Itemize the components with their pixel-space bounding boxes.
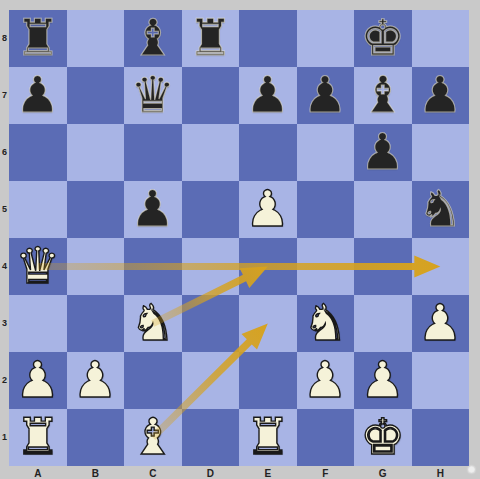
file-label-e: E [239,468,296,479]
piece-black-bishop[interactable]: ♝ [130,13,175,63]
square-c3[interactable]: ♞ [124,295,182,352]
square-c4[interactable] [124,238,182,295]
piece-white-bishop[interactable]: ♝ [130,412,175,462]
square-d4[interactable] [182,238,240,295]
square-b7[interactable] [67,67,125,124]
square-h5[interactable]: ♞ [412,181,470,238]
piece-white-king[interactable]: ♚ [360,412,405,462]
square-e3[interactable] [239,295,297,352]
file-label-b: B [67,468,124,479]
square-d7[interactable] [182,67,240,124]
file-label-h: H [412,468,469,479]
file-label-a: A [9,468,66,479]
square-f6[interactable] [297,124,355,181]
piece-black-rook[interactable]: ♜ [15,13,60,63]
rank-label-5: 5 [0,205,9,214]
square-a4[interactable]: ♛ [9,238,67,295]
square-c5[interactable]: ♟ [124,181,182,238]
square-d3[interactable] [182,295,240,352]
file-label-f: F [297,468,354,479]
rank-label-3: 3 [0,319,9,328]
square-f8[interactable] [297,10,355,67]
square-b6[interactable] [67,124,125,181]
file-label-d: D [182,468,239,479]
square-a7[interactable]: ♟ [9,67,67,124]
square-h4[interactable] [412,238,470,295]
piece-white-pawn[interactable]: ♟ [360,355,405,405]
piece-black-knight[interactable]: ♞ [418,184,463,234]
square-g7[interactable]: ♝ [354,67,412,124]
rank-label-7: 7 [0,91,9,100]
piece-black-pawn[interactable]: ♟ [130,184,175,234]
piece-black-pawn[interactable]: ♟ [303,70,348,120]
square-a1[interactable]: ♜ [9,409,67,466]
piece-black-pawn[interactable]: ♟ [245,70,290,120]
piece-black-bishop[interactable]: ♝ [360,70,405,120]
piece-white-pawn[interactable]: ♟ [303,355,348,405]
square-c2[interactable] [124,352,182,409]
piece-black-pawn[interactable]: ♟ [360,127,405,177]
square-d5[interactable] [182,181,240,238]
square-f2[interactable]: ♟ [297,352,355,409]
square-c8[interactable]: ♝ [124,10,182,67]
rank-label-1: 1 [0,433,9,442]
square-g8[interactable]: ♚ [354,10,412,67]
square-g4[interactable] [354,238,412,295]
piece-white-knight[interactable]: ♞ [130,298,175,348]
square-h3[interactable]: ♟ [412,295,470,352]
piece-white-rook[interactable]: ♜ [15,412,60,462]
square-e4[interactable] [239,238,297,295]
square-f3[interactable]: ♞ [297,295,355,352]
square-e8[interactable] [239,10,297,67]
square-e5[interactable]: ♟ [239,181,297,238]
piece-white-queen[interactable]: ♛ [15,241,60,291]
board-frame: ♜♝♜♚♟♛♟♟♝♟♟♟♟♞♛♞♞♟♟♟♟♟♜♝♜♚ 87654321 ABCD… [0,0,480,479]
square-a6[interactable] [9,124,67,181]
square-c6[interactable] [124,124,182,181]
piece-white-pawn[interactable]: ♟ [245,184,290,234]
square-f4[interactable] [297,238,355,295]
square-a3[interactable] [9,295,67,352]
square-d8[interactable]: ♜ [182,10,240,67]
square-g5[interactable] [354,181,412,238]
square-a5[interactable] [9,181,67,238]
board: ♜♝♜♚♟♛♟♟♝♟♟♟♟♞♛♞♞♟♟♟♟♟♜♝♜♚ [9,10,469,466]
square-b5[interactable] [67,181,125,238]
rank-label-8: 8 [0,34,9,43]
piece-white-pawn[interactable]: ♟ [15,355,60,405]
square-d6[interactable] [182,124,240,181]
rank-label-6: 6 [0,148,9,157]
piece-black-pawn[interactable]: ♟ [418,70,463,120]
square-c7[interactable]: ♛ [124,67,182,124]
square-h1[interactable] [412,409,470,466]
square-c1[interactable]: ♝ [124,409,182,466]
square-g6[interactable]: ♟ [354,124,412,181]
square-b1[interactable] [67,409,125,466]
square-b8[interactable] [67,10,125,67]
square-g2[interactable]: ♟ [354,352,412,409]
square-h6[interactable] [412,124,470,181]
square-f1[interactable] [297,409,355,466]
square-e7[interactable]: ♟ [239,67,297,124]
square-e2[interactable] [239,352,297,409]
square-h7[interactable]: ♟ [412,67,470,124]
square-g3[interactable] [354,295,412,352]
square-h2[interactable] [412,352,470,409]
corner-dot [468,466,475,473]
square-e1[interactable]: ♜ [239,409,297,466]
piece-white-knight[interactable]: ♞ [303,298,348,348]
square-d2[interactable] [182,352,240,409]
piece-black-pawn[interactable]: ♟ [15,70,60,120]
piece-white-rook[interactable]: ♜ [245,412,290,462]
square-f5[interactable] [297,181,355,238]
square-h8[interactable] [412,10,470,67]
rank-label-2: 2 [0,376,9,385]
square-b2[interactable]: ♟ [67,352,125,409]
piece-black-king[interactable]: ♚ [360,13,405,63]
piece-white-pawn[interactable]: ♟ [418,298,463,348]
piece-white-pawn[interactable]: ♟ [73,355,118,405]
square-a2[interactable]: ♟ [9,352,67,409]
square-g1[interactable]: ♚ [354,409,412,466]
rank-label-4: 4 [0,262,9,271]
file-label-c: C [124,468,181,479]
piece-black-rook[interactable]: ♜ [188,13,233,63]
square-a8[interactable]: ♜ [9,10,67,67]
piece-black-queen[interactable]: ♛ [130,70,175,120]
chess-app-window: { "game": "chess", "position": { "fen": … [0,0,480,479]
square-d1[interactable] [182,409,240,466]
file-label-g: G [354,468,411,479]
square-f7[interactable]: ♟ [297,67,355,124]
square-b3[interactable] [67,295,125,352]
square-b4[interactable] [67,238,125,295]
square-e6[interactable] [239,124,297,181]
